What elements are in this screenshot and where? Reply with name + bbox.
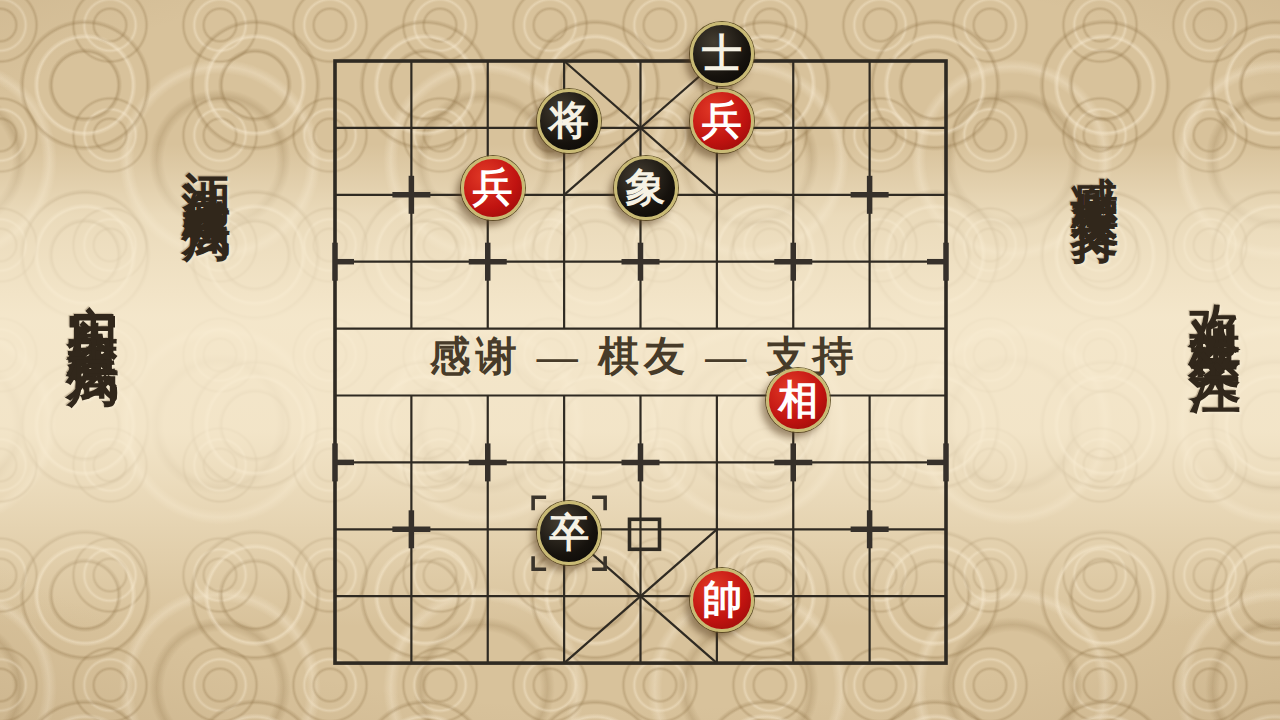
xiangqi-board[interactable]: 感谢 — 棋友 — 支持 士将兵兵象相卒帥 (0, 0, 1280, 720)
piece-red-soldier-b[interactable]: 兵 (461, 156, 525, 220)
last-move-bracket (533, 497, 546, 510)
piece-black-advisor[interactable]: 士 (690, 22, 754, 86)
last-move-bracket (533, 556, 546, 569)
piece-black-general[interactable]: 将 (537, 89, 601, 153)
move-origin-marker (630, 519, 660, 549)
caption-right-inner: 感谢棋友支持 (1064, 139, 1127, 187)
piece-black-elephant[interactable]: 象 (614, 156, 678, 220)
caption-left-outer: 实用象棋残局 (57, 263, 127, 329)
caption-left-inner: 江湖象棋残局 (174, 134, 238, 188)
piece-black-soldier[interactable]: 卒 (537, 501, 601, 565)
piece-red-general[interactable]: 帥 (690, 568, 754, 632)
river-text: 感谢 — 棋友 — 支持 (335, 332, 953, 380)
piece-red-soldier-a[interactable]: 兵 (690, 89, 754, 153)
caption-right-outer: 欢迎棋友关注 (1179, 263, 1249, 329)
last-move-bracket (592, 497, 605, 510)
piece-red-elephant[interactable]: 相 (766, 368, 830, 432)
xiangqi-endgame-screen: 江湖象棋残局 实用象棋残局 感谢棋友支持 欢迎棋友关注 感谢 — 棋友 — 支持… (0, 0, 1280, 720)
